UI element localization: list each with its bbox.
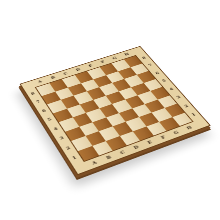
playing-field [35, 55, 194, 162]
chessboard: ABCDEFGH ABCDEFGH 87654321 87654321 [20, 46, 211, 175]
chessboard-photo: ABCDEFGH ABCDEFGH 87654321 87654321 [0, 0, 220, 220]
